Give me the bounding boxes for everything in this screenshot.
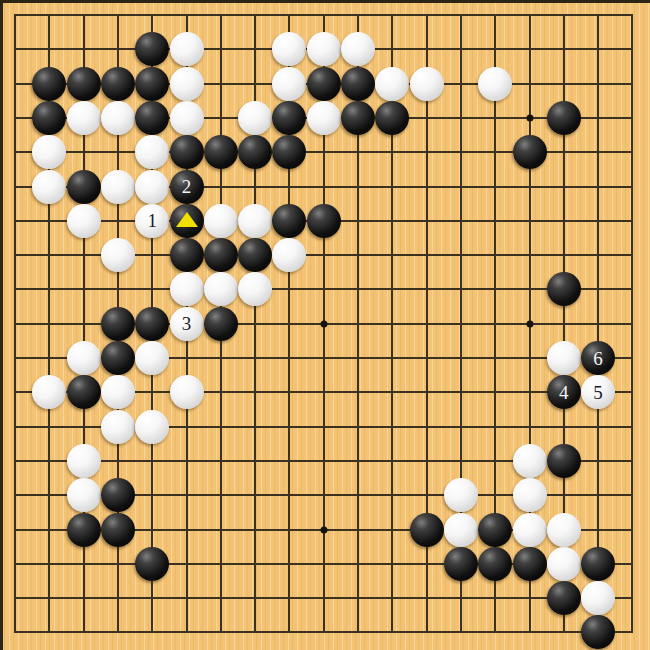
go-stone-black <box>135 101 169 135</box>
go-stone-black <box>547 581 581 615</box>
go-stone-white <box>547 341 581 375</box>
go-stone-black <box>581 615 615 649</box>
go-stone-white <box>170 32 204 66</box>
go-stone-black <box>547 272 581 306</box>
go-stone-black <box>272 204 306 238</box>
go-stone-white: 1 <box>135 204 169 238</box>
go-stone-black <box>307 204 341 238</box>
board-frame-left <box>0 0 3 650</box>
go-stone-white <box>307 101 341 135</box>
go-stone-white <box>67 101 101 135</box>
go-stone-white <box>32 170 66 204</box>
go-stone-white <box>513 513 547 547</box>
go-stone-black <box>547 444 581 478</box>
go-stone-black <box>204 135 238 169</box>
move-number-label: 3 <box>182 314 192 333</box>
go-stone-black <box>32 101 66 135</box>
go-stone-white <box>170 272 204 306</box>
go-stone-black <box>135 307 169 341</box>
star-point <box>526 320 533 327</box>
go-stone-black <box>444 547 478 581</box>
go-stone-white <box>101 170 135 204</box>
go-stone-black <box>101 513 135 547</box>
go-stone-white <box>238 204 272 238</box>
go-stone-white <box>375 67 409 101</box>
go-stone-black <box>581 547 615 581</box>
go-board[interactable]: 213645 <box>0 0 650 650</box>
go-stone-white <box>135 410 169 444</box>
go-stone-black: 2 <box>170 170 204 204</box>
move-number-label: 5 <box>593 383 603 402</box>
go-stone-white <box>341 32 375 66</box>
go-stone-black <box>341 101 375 135</box>
star-point <box>320 526 327 533</box>
grid-line-vertical <box>631 14 633 633</box>
go-stone-black <box>204 307 238 341</box>
move-number-label: 4 <box>559 383 569 402</box>
move-number-label: 2 <box>182 177 192 196</box>
go-stone-white <box>547 513 581 547</box>
go-stone-black <box>67 513 101 547</box>
go-stone-black <box>410 513 444 547</box>
go-stone-white <box>238 101 272 135</box>
move-number-label: 1 <box>147 211 157 230</box>
go-stone-black <box>341 67 375 101</box>
go-stone-white <box>238 272 272 306</box>
go-stone-black <box>135 32 169 66</box>
go-stone-white <box>101 101 135 135</box>
go-stone-white <box>135 170 169 204</box>
go-stone-black <box>238 135 272 169</box>
go-stone-white <box>170 375 204 409</box>
go-stone-black <box>170 204 204 238</box>
go-stone-white <box>444 513 478 547</box>
go-stone-black: 4 <box>547 375 581 409</box>
grid-line-horizontal <box>14 631 633 633</box>
go-stone-black <box>67 375 101 409</box>
go-stone-white <box>67 341 101 375</box>
board-frame-top <box>0 0 650 3</box>
move-number-label: 6 <box>593 349 603 368</box>
go-stone-white <box>581 581 615 615</box>
go-stone-white <box>307 32 341 66</box>
go-stone-white <box>272 238 306 272</box>
go-stone-black <box>272 101 306 135</box>
go-stone-black <box>32 67 66 101</box>
go-stone-black <box>513 547 547 581</box>
go-stone-black <box>101 341 135 375</box>
grid-line-horizontal <box>14 597 633 599</box>
go-stone-white <box>32 375 66 409</box>
go-stone-black <box>101 67 135 101</box>
go-stone-black <box>135 67 169 101</box>
go-stone-white: 3 <box>170 307 204 341</box>
go-stone-white <box>67 444 101 478</box>
go-stone-black <box>101 478 135 512</box>
go-stone-white <box>67 478 101 512</box>
go-stone-black <box>307 67 341 101</box>
go-stone-black <box>272 135 306 169</box>
go-stone-black <box>67 67 101 101</box>
go-stone-white <box>547 547 581 581</box>
go-stone-black <box>67 170 101 204</box>
go-stone-white <box>101 375 135 409</box>
go-stone-black <box>375 101 409 135</box>
go-stone-white: 5 <box>581 375 615 409</box>
go-stone-white <box>478 67 512 101</box>
star-point <box>526 114 533 121</box>
go-stone-white <box>101 410 135 444</box>
go-stone-white <box>204 204 238 238</box>
go-stone-white <box>101 238 135 272</box>
go-stone-black <box>170 135 204 169</box>
go-stone-white <box>513 478 547 512</box>
go-stone-black: 6 <box>581 341 615 375</box>
go-stone-white <box>135 135 169 169</box>
go-stone-white <box>272 67 306 101</box>
go-stone-black <box>204 238 238 272</box>
go-stone-white <box>170 101 204 135</box>
go-stone-white <box>444 478 478 512</box>
go-stone-white <box>170 67 204 101</box>
go-stone-black <box>547 101 581 135</box>
go-stone-white <box>67 204 101 238</box>
go-stone-white <box>410 67 444 101</box>
go-stone-black <box>135 547 169 581</box>
go-stone-black <box>478 547 512 581</box>
star-point <box>320 320 327 327</box>
triangle-marker-icon <box>176 212 198 227</box>
go-stone-black <box>238 238 272 272</box>
go-stone-white <box>204 272 238 306</box>
go-stone-white <box>513 444 547 478</box>
go-stone-white <box>135 341 169 375</box>
go-stone-black <box>101 307 135 341</box>
go-stone-white <box>272 32 306 66</box>
go-stone-black <box>478 513 512 547</box>
grid-line-vertical <box>597 14 599 633</box>
go-stone-black <box>513 135 547 169</box>
go-stone-black <box>170 238 204 272</box>
go-stone-white <box>32 135 66 169</box>
